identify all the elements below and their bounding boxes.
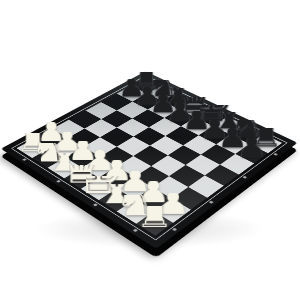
product-photo-scene: ♜♞♝♛♚♝♞♜♟♟♟♟♟♟♟♟♟♟♟♟♟♟♟♟♜♞♝♛♚♝♞♜ [0, 0, 300, 300]
frame-rivet [209, 201, 214, 204]
frame-rivet [56, 180, 61, 183]
frame-rivet [172, 228, 177, 231]
frame-rivet [22, 158, 26, 161]
frame-rivet [274, 153, 278, 156]
frame-rivet [93, 203, 98, 206]
frame-rivet [243, 176, 247, 179]
frame-rivet [133, 229, 138, 232]
